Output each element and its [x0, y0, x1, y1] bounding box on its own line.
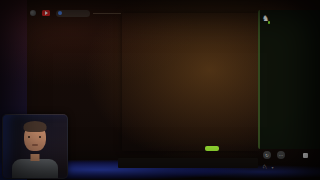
youtube-icon [42, 10, 50, 16]
extra-counter-pill [56, 10, 90, 17]
player-label[interactable]: ♘ ▾ [262, 164, 273, 170]
streamer-eye-left [28, 136, 30, 138]
streamer-body [12, 159, 58, 179]
player-piece-icon: ♘ [262, 164, 267, 170]
streamer-mouth [32, 144, 38, 146]
chess-board[interactable] [122, 13, 260, 151]
eval-graph-svg [118, 163, 258, 168]
chevron-down-icon: ▾ [271, 165, 273, 170]
stream-frame: ♞ ↻ ⋯ ♘ ▾ [0, 0, 320, 180]
engine-panel: ♞ [258, 10, 320, 149]
eval-badge [205, 146, 219, 151]
analysis-menu-icon[interactable]: ⋯ [277, 151, 285, 159]
analysis-graph[interactable] [118, 158, 258, 168]
platform-dot-icon [58, 11, 62, 15]
avatar-icon [30, 10, 36, 16]
viewer-counters [30, 9, 121, 17]
analysis-settings-icon[interactable]: ↻ [263, 151, 271, 159]
engine-header: ♞ [260, 10, 320, 26]
streamer-hair [24, 121, 47, 132]
streamer-eye-right [39, 136, 41, 138]
streamer-webcam [2, 114, 68, 179]
streamer-neck [31, 154, 40, 161]
counter-divider-line [93, 13, 121, 14]
layout-icon[interactable] [303, 153, 308, 158]
engine-knight-icon[interactable]: ♞ [262, 14, 269, 24]
engine-on-dot [268, 21, 271, 24]
